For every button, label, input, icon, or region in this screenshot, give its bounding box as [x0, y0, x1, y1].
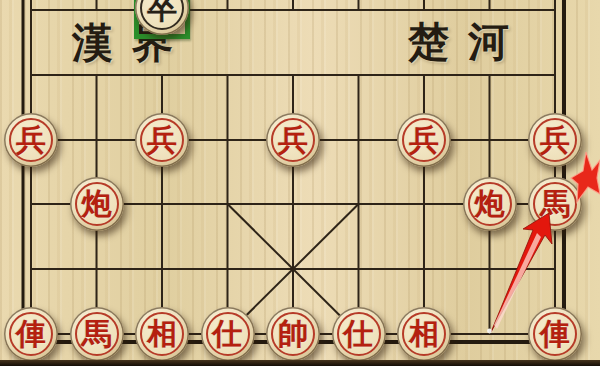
piece-character: 仕	[213, 319, 243, 349]
xiangqi-board: 漢界 楚河 卒兵兵兵兵兵炮炮馬俥馬相仕帥仕相俥	[0, 0, 600, 366]
piece-red-horse[interactable]: 馬	[70, 307, 124, 361]
piece-character: 馬	[82, 319, 112, 349]
piece-character: 卒	[147, 0, 177, 23]
piece-red-soldier[interactable]: 兵	[397, 113, 451, 167]
piece-red-soldier[interactable]: 兵	[4, 113, 58, 167]
piece-red-elephant[interactable]: 相	[397, 307, 451, 361]
piece-red-soldier[interactable]: 兵	[528, 113, 582, 167]
piece-character: 炮	[475, 189, 505, 219]
piece-red-cannon[interactable]: 炮	[463, 177, 517, 231]
board-bottom-edge	[0, 360, 600, 366]
river-label-chu-he: 楚河	[408, 22, 528, 63]
piece-character: 相	[409, 319, 439, 349]
piece-red-horse[interactable]: 馬	[528, 177, 582, 231]
piece-character: 兵	[16, 125, 46, 155]
piece-character: 仕	[344, 319, 374, 349]
piece-character: 俥	[540, 319, 570, 349]
piece-character: 兵	[278, 125, 308, 155]
piece-red-soldier[interactable]: 兵	[135, 113, 189, 167]
piece-character: 相	[147, 319, 177, 349]
piece-character: 俥	[16, 319, 46, 349]
piece-red-chariot[interactable]: 俥	[528, 307, 582, 361]
piece-character: 帥	[278, 319, 308, 349]
piece-red-general[interactable]: 帥	[266, 307, 320, 361]
piece-character: 馬	[540, 189, 570, 219]
piece-character: 炮	[82, 189, 112, 219]
piece-red-advisor[interactable]: 仕	[332, 307, 386, 361]
piece-red-chariot[interactable]: 俥	[4, 307, 58, 361]
piece-character: 兵	[540, 125, 570, 155]
piece-red-soldier[interactable]: 兵	[266, 113, 320, 167]
piece-red-advisor[interactable]: 仕	[201, 307, 255, 361]
piece-red-elephant[interactable]: 相	[135, 307, 189, 361]
piece-character: 兵	[147, 125, 177, 155]
piece-red-cannon[interactable]: 炮	[70, 177, 124, 231]
piece-character: 兵	[409, 125, 439, 155]
